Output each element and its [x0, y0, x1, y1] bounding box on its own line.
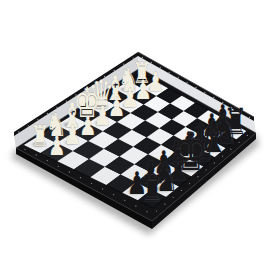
rim-stud — [249, 117, 250, 118]
rim-stud — [28, 125, 29, 126]
frame-stud — [58, 166, 59, 167]
rim-stud — [178, 77, 179, 78]
piece-white-pawn: ♟ — [64, 119, 82, 151]
rim-stud — [204, 92, 205, 93]
frame-stud — [91, 183, 92, 184]
rim-stud — [195, 87, 196, 88]
piece-white-rook: ♜ — [31, 120, 50, 153]
piece-white-pawn: ♟ — [48, 130, 66, 162]
frame-stud — [69, 171, 70, 172]
frame-stud — [156, 210, 157, 211]
piece-white-pawn: ♟ — [79, 110, 97, 142]
frame-stud — [24, 149, 25, 150]
frame-stud — [135, 205, 136, 206]
frame-stud — [124, 200, 125, 201]
piece-black-rook: ♜ — [140, 168, 164, 209]
rim-stud — [169, 72, 170, 73]
chess-set-photo: ♜♟♞♟♝♟♛♟♚♟♝♟♜♟♟♞♞♟♟♜♝♟♟♛♟♚♟♝♟♞♟♜ — [0, 0, 275, 275]
frame-stud — [146, 211, 147, 212]
frame-stud — [80, 177, 81, 178]
rim-stud — [18, 131, 19, 132]
frame-stud — [102, 188, 103, 189]
frame-stud — [164, 204, 165, 205]
chess-board: ♜♟♞♟♝♟♛♟♚♟♝♟♜♟♟♞♞♟♟♜♝♟♟♛♟♚♟♝♟♞♟♜ — [0, 0, 275, 275]
frame-stud — [35, 154, 36, 155]
rim-stud — [186, 82, 187, 83]
frame-stud — [113, 194, 114, 195]
